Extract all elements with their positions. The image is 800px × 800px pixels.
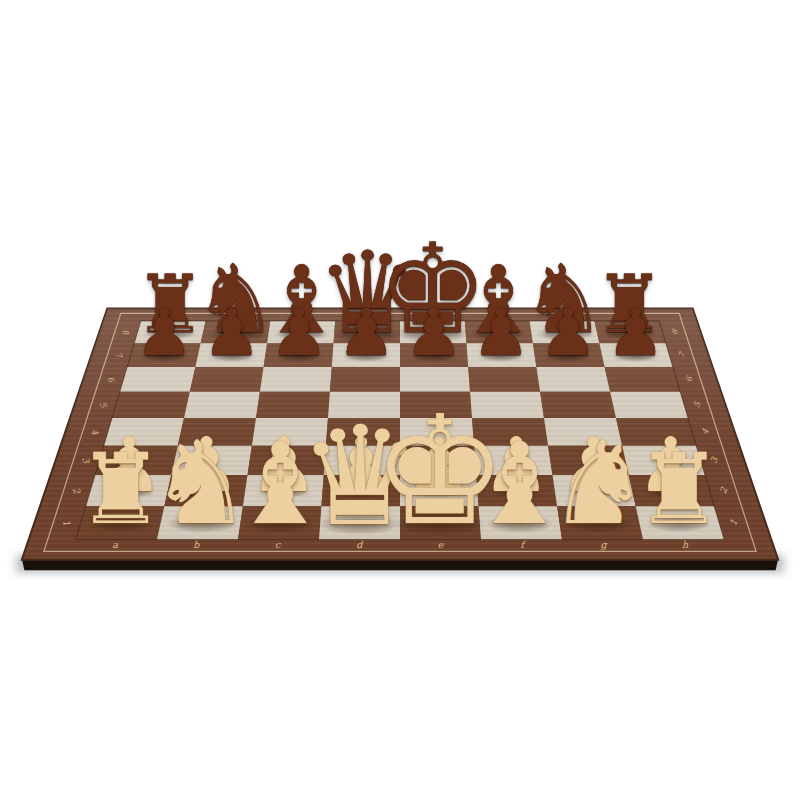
haze-overlay [0,290,800,580]
file-label-near: a [112,539,118,550]
file-label-near: d [356,539,363,550]
chessboard-photo: aabbccddeeffgghh1122334455667788 ♜♞♝♛♚♝♞… [0,0,800,800]
file-label-near: h [682,539,689,550]
file-label-near: c [275,539,281,550]
file-label-far: h [623,313,628,322]
chessboard: aabbccddeeffgghh1122334455667788 [0,0,800,800]
file-label-far: a [172,313,177,322]
file-label-near: b [193,539,200,550]
file-label-far: c [301,313,306,322]
file-label-far: e [430,313,435,322]
